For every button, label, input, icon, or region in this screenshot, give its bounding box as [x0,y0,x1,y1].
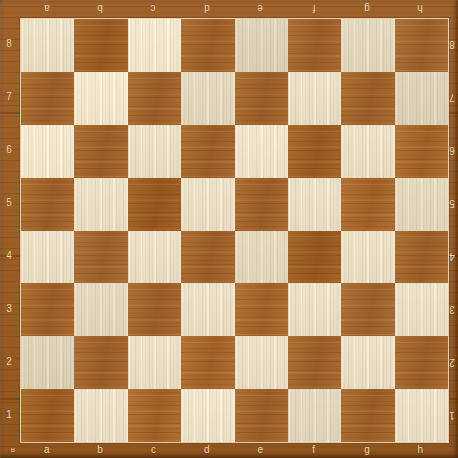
square-h7[interactable] [395,72,448,125]
square-g7[interactable] [341,72,394,125]
square-c8[interactable] [128,19,181,72]
square-b6[interactable] [74,125,127,178]
square-c1[interactable] [128,389,181,442]
file-label-bottom-f: f [312,445,315,455]
square-b1[interactable] [74,389,127,442]
square-h5[interactable] [395,178,448,231]
square-d4[interactable] [181,231,234,284]
square-c5[interactable] [128,178,181,231]
square-c3[interactable] [128,283,181,336]
square-a7[interactable] [21,72,74,125]
file-label-bottom-h: h [418,445,424,455]
rank-label-left-4: 4 [6,251,12,261]
square-a4[interactable] [21,231,74,284]
square-a6[interactable] [21,125,74,178]
square-d7[interactable] [181,72,234,125]
square-a5[interactable] [21,178,74,231]
square-g5[interactable] [341,178,394,231]
square-f2[interactable] [288,336,341,389]
square-c2[interactable] [128,336,181,389]
square-b5[interactable] [74,178,127,231]
rank-label-left-5: 5 [6,198,12,208]
square-c6[interactable] [128,125,181,178]
square-d5[interactable] [181,178,234,231]
square-f1[interactable] [288,389,341,442]
square-e5[interactable] [235,178,288,231]
file-label-top-a: a [44,3,50,13]
square-a2[interactable] [21,336,74,389]
square-b2[interactable] [74,336,127,389]
file-label-top-f: f [312,3,315,13]
square-b8[interactable] [74,19,127,72]
square-h4[interactable] [395,231,448,284]
square-h6[interactable] [395,125,448,178]
rank-label-right-4: 4 [449,251,455,261]
rank-label-left-2: 2 [6,357,12,367]
square-g8[interactable] [341,19,394,72]
rank-label-right-5: 5 [449,198,455,208]
square-b4[interactable] [74,231,127,284]
rank-label-left-7: 7 [6,92,12,102]
square-e4[interactable] [235,231,288,284]
square-b7[interactable] [74,72,127,125]
square-f4[interactable] [288,231,341,284]
square-f3[interactable] [288,283,341,336]
square-d8[interactable] [181,19,234,72]
square-g2[interactable] [341,336,394,389]
file-label-top-g: g [364,3,370,13]
square-g6[interactable] [341,125,394,178]
rank-label-left-1: 1 [6,410,12,420]
square-e1[interactable] [235,389,288,442]
square-h3[interactable] [395,283,448,336]
square-f7[interactable] [288,72,341,125]
chess-board-photo: abcdefghabcdefgh8765432187654321 ʁ [0,0,458,458]
chess-board [20,18,449,443]
maker-mark: ʁ [11,446,15,454]
file-label-top-e: e [257,3,263,13]
file-label-bottom-e: e [257,445,263,455]
square-d3[interactable] [181,283,234,336]
square-f5[interactable] [288,178,341,231]
square-e8[interactable] [235,19,288,72]
square-b3[interactable] [74,283,127,336]
square-c7[interactable] [128,72,181,125]
square-h2[interactable] [395,336,448,389]
file-label-top-b: b [97,3,103,13]
square-h1[interactable] [395,389,448,442]
square-g3[interactable] [341,283,394,336]
square-e7[interactable] [235,72,288,125]
rank-label-right-8: 8 [449,39,455,49]
rank-label-right-7: 7 [449,92,455,102]
square-a8[interactable] [21,19,74,72]
file-label-bottom-b: b [97,445,103,455]
rank-label-right-3: 3 [449,304,455,314]
square-e6[interactable] [235,125,288,178]
file-label-top-c: c [151,3,156,13]
file-label-bottom-g: g [364,445,370,455]
rank-label-right-1: 1 [449,410,455,420]
square-f8[interactable] [288,19,341,72]
rank-label-left-3: 3 [6,304,12,314]
square-d2[interactable] [181,336,234,389]
square-g1[interactable] [341,389,394,442]
square-e3[interactable] [235,283,288,336]
file-label-bottom-d: d [204,445,210,455]
file-label-top-d: d [204,3,210,13]
file-label-bottom-c: c [151,445,156,455]
square-f6[interactable] [288,125,341,178]
square-d6[interactable] [181,125,234,178]
rank-label-left-6: 6 [6,145,12,155]
square-c4[interactable] [128,231,181,284]
rank-label-left-8: 8 [6,39,12,49]
file-label-bottom-a: a [44,445,50,455]
rank-label-right-6: 6 [449,145,455,155]
square-h8[interactable] [395,19,448,72]
square-g4[interactable] [341,231,394,284]
square-e2[interactable] [235,336,288,389]
file-label-top-h: h [418,3,424,13]
square-d1[interactable] [181,389,234,442]
square-a3[interactable] [21,283,74,336]
rank-label-right-2: 2 [449,357,455,367]
square-a1[interactable] [21,389,74,442]
